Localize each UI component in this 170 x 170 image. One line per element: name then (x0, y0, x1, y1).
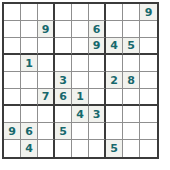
cell-r4c2[interactable]: 1 (21, 55, 38, 72)
cell-r7c7[interactable] (106, 106, 123, 123)
cell-r1c2[interactable] (21, 4, 38, 21)
cell-r5c2[interactable] (21, 72, 38, 89)
cell-r7c6[interactable]: 3 (89, 106, 106, 123)
cell-r4c8[interactable] (123, 55, 140, 72)
cell-r4c4[interactable] (55, 55, 72, 72)
cell-r9c1[interactable] (4, 140, 21, 157)
cell-r8c2[interactable]: 6 (21, 123, 38, 140)
cell-r8c7[interactable] (106, 123, 123, 140)
cell-r1c1[interactable] (4, 4, 21, 21)
cell-r9c6[interactable] (89, 140, 106, 157)
cell-r1c7[interactable] (106, 4, 123, 21)
cell-r2c4[interactable] (55, 21, 72, 38)
cell-r1c8[interactable] (123, 4, 140, 21)
cell-r7c9[interactable] (140, 106, 157, 123)
sudoku-board-wrap: 99694513287614396545 (2, 2, 159, 159)
cell-r5c3[interactable] (38, 72, 55, 89)
cell-r6c9[interactable] (140, 89, 157, 106)
cell-r8c8[interactable] (123, 123, 140, 140)
cell-r1c9[interactable]: 9 (140, 4, 157, 21)
cell-r3c3[interactable] (38, 38, 55, 55)
cell-r8c6[interactable] (89, 123, 106, 140)
cell-r9c8[interactable] (123, 140, 140, 157)
cell-r6c7[interactable] (106, 89, 123, 106)
cell-r3c7[interactable]: 4 (106, 38, 123, 55)
cell-r7c2[interactable] (21, 106, 38, 123)
cell-r6c2[interactable] (21, 89, 38, 106)
cell-r5c1[interactable] (4, 72, 21, 89)
cell-r9c7[interactable]: 5 (106, 140, 123, 157)
cell-r4c9[interactable] (140, 55, 157, 72)
cell-r2c2[interactable] (21, 21, 38, 38)
cell-r7c8[interactable] (123, 106, 140, 123)
cell-r9c9[interactable] (140, 140, 157, 157)
cell-r3c4[interactable] (55, 38, 72, 55)
cell-r6c4[interactable]: 6 (55, 89, 72, 106)
cell-r4c1[interactable] (4, 55, 21, 72)
cell-r4c6[interactable] (89, 55, 106, 72)
cell-r8c3[interactable] (38, 123, 55, 140)
cell-r7c4[interactable] (55, 106, 72, 123)
cell-r7c1[interactable] (4, 106, 21, 123)
cell-r2c5[interactable] (72, 21, 89, 38)
cell-r3c9[interactable] (140, 38, 157, 55)
cell-r6c5[interactable]: 1 (72, 89, 89, 106)
cell-r5c9[interactable] (140, 72, 157, 89)
cell-r6c1[interactable] (4, 89, 21, 106)
cell-r5c7[interactable]: 2 (106, 72, 123, 89)
cell-r2c7[interactable] (106, 21, 123, 38)
cell-r2c3[interactable]: 9 (38, 21, 55, 38)
cell-r6c8[interactable] (123, 89, 140, 106)
cell-r5c6[interactable] (89, 72, 106, 89)
cell-r9c4[interactable] (55, 140, 72, 157)
cell-r8c9[interactable] (140, 123, 157, 140)
cell-r8c5[interactable] (72, 123, 89, 140)
cell-r9c2[interactable]: 4 (21, 140, 38, 157)
cell-r8c1[interactable]: 9 (4, 123, 21, 140)
cell-r3c6[interactable]: 9 (89, 38, 106, 55)
cell-r6c6[interactable] (89, 89, 106, 106)
cell-r2c1[interactable] (4, 21, 21, 38)
cell-r1c6[interactable] (89, 4, 106, 21)
cell-r1c5[interactable] (72, 4, 89, 21)
cell-r1c3[interactable] (38, 4, 55, 21)
cell-r2c6[interactable]: 6 (89, 21, 106, 38)
cell-r8c4[interactable]: 5 (55, 123, 72, 140)
sudoku-board: 99694513287614396545 (2, 2, 159, 159)
cell-r1c4[interactable] (55, 4, 72, 21)
cell-r3c5[interactable] (72, 38, 89, 55)
cell-r5c8[interactable]: 8 (123, 72, 140, 89)
cell-r3c1[interactable] (4, 38, 21, 55)
cell-r3c2[interactable] (21, 38, 38, 55)
cell-r4c5[interactable] (72, 55, 89, 72)
cell-r9c3[interactable] (38, 140, 55, 157)
cell-r3c8[interactable]: 5 (123, 38, 140, 55)
cell-r5c5[interactable] (72, 72, 89, 89)
cell-r4c7[interactable] (106, 55, 123, 72)
cell-r7c3[interactable] (38, 106, 55, 123)
cell-r9c5[interactable] (72, 140, 89, 157)
cell-r6c3[interactable]: 7 (38, 89, 55, 106)
cell-r7c5[interactable]: 4 (72, 106, 89, 123)
cell-r2c8[interactable] (123, 21, 140, 38)
cell-r4c3[interactable] (38, 55, 55, 72)
cell-r2c9[interactable] (140, 21, 157, 38)
cell-r5c4[interactable]: 3 (55, 72, 72, 89)
